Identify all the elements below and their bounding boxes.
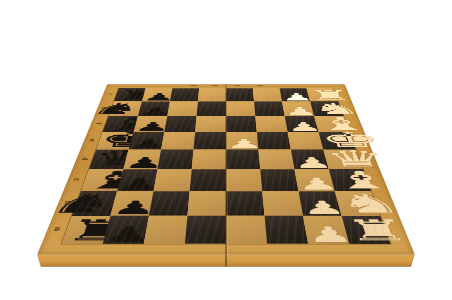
square-f3 bbox=[255, 116, 287, 132]
square-h4 bbox=[226, 88, 254, 101]
piece-white-rook-a1: ♜ bbox=[342, 216, 391, 245]
square-e1: ♚ bbox=[318, 132, 355, 150]
square-d4 bbox=[226, 150, 260, 170]
square-h6 bbox=[170, 88, 199, 101]
square-g7: ♟ bbox=[138, 101, 170, 116]
piece-black-pawn-c7: ♟ bbox=[117, 176, 156, 193]
piece-white-queen-d1: ♛ bbox=[323, 148, 364, 170]
square-e8: ♚ bbox=[96, 132, 133, 150]
square-g4 bbox=[226, 101, 255, 116]
file-label-f: f bbox=[93, 121, 105, 127]
square-b4 bbox=[226, 191, 265, 216]
front-fold-seam bbox=[225, 255, 227, 267]
file-label-c: c bbox=[69, 176, 83, 184]
hinge-mark bbox=[212, 85, 219, 86]
piece-black-knight-b8: ♞ bbox=[71, 191, 117, 217]
piece-black-pawn-e7: ♟ bbox=[128, 137, 163, 150]
square-f1: ♝ bbox=[314, 116, 349, 132]
square-c5 bbox=[190, 169, 226, 191]
square-e5 bbox=[194, 132, 226, 150]
square-b3 bbox=[262, 191, 303, 216]
square-c1: ♝ bbox=[329, 169, 371, 191]
square-c2: ♟ bbox=[295, 169, 335, 191]
square-a5 bbox=[185, 216, 226, 244]
piece-white-pawn-a2: ♟ bbox=[305, 224, 350, 245]
chess-board: ♜♟♟♜♞♟♟♞♝♟♟♝♚♟♟♚♛♟♟♛♝♟♟♝♞♟♟♞♜♟♟♜ hgfedcb… bbox=[37, 84, 415, 254]
square-e6 bbox=[161, 132, 195, 150]
square-d8: ♛ bbox=[89, 150, 129, 170]
piece-black-knight-g8: ♞ bbox=[108, 101, 142, 117]
square-a1: ♜ bbox=[342, 216, 391, 244]
file-label-a: a bbox=[49, 224, 65, 234]
square-d7: ♟ bbox=[123, 150, 161, 170]
square-g2: ♟ bbox=[282, 101, 314, 116]
square-h1: ♜ bbox=[306, 88, 338, 101]
file-label-h: h bbox=[105, 92, 115, 97]
square-b5 bbox=[187, 191, 226, 216]
square-b7: ♟ bbox=[110, 191, 153, 216]
square-c8: ♝ bbox=[81, 169, 123, 191]
square-f5 bbox=[195, 116, 226, 132]
square-h8: ♜ bbox=[114, 88, 146, 101]
piece-black-pawn-b7: ♟ bbox=[110, 198, 152, 217]
square-f2: ♟ bbox=[285, 116, 319, 132]
square-d3 bbox=[258, 150, 294, 170]
square-d2: ♟ bbox=[291, 150, 329, 170]
square-g1: ♞ bbox=[310, 101, 343, 116]
square-g3 bbox=[254, 101, 285, 116]
square-f6 bbox=[164, 116, 196, 132]
square-e7: ♟ bbox=[129, 132, 165, 150]
piece-black-bishop-c8: ♝ bbox=[81, 168, 124, 192]
piece-black-rook-a8: ♜ bbox=[61, 216, 110, 245]
piece-white-pawn-e4: ♟ bbox=[226, 137, 259, 150]
hinge-mark bbox=[234, 85, 241, 86]
piece-white-pawn-f2: ♟ bbox=[286, 121, 319, 133]
board-front-edge bbox=[37, 255, 415, 267]
square-a3 bbox=[265, 216, 309, 244]
piece-black-pawn-f7: ♟ bbox=[133, 121, 166, 133]
piece-white-pawn-d2: ♟ bbox=[292, 155, 329, 170]
file-label-g: g bbox=[99, 106, 110, 111]
file-label-b: b bbox=[60, 199, 75, 208]
square-h7: ♟ bbox=[142, 88, 172, 101]
piece-white-pawn-b2: ♟ bbox=[300, 198, 342, 217]
chessboard-photo: ♜♟♟♜♞♟♟♞♝♟♟♝♚♟♟♚♛♟♟♛♝♟♟♝♞♟♟♞♜♟♟♜ hgfedcb… bbox=[0, 0, 452, 300]
square-b1: ♞ bbox=[335, 191, 380, 216]
square-d6 bbox=[157, 150, 193, 170]
hinge-mark bbox=[190, 85, 197, 86]
square-c7: ♟ bbox=[117, 169, 157, 191]
piece-black-pawn-a7: ♟ bbox=[102, 224, 147, 245]
piece-white-knight-g1: ♞ bbox=[310, 101, 344, 117]
square-a7: ♟ bbox=[103, 216, 149, 244]
square-a2: ♟ bbox=[303, 216, 349, 244]
square-f7: ♟ bbox=[134, 116, 168, 132]
piece-white-knight-b1: ♞ bbox=[335, 191, 381, 217]
piece-white-bishop-f1: ♝ bbox=[314, 115, 350, 133]
square-a4 bbox=[226, 216, 267, 244]
square-e4: ♟ bbox=[226, 132, 258, 150]
square-f4 bbox=[226, 116, 257, 132]
square-b6 bbox=[149, 191, 190, 216]
square-c6 bbox=[153, 169, 191, 191]
piece-white-king-e1: ♚ bbox=[318, 129, 356, 150]
piece-white-rook-h1: ♜ bbox=[307, 88, 339, 102]
piece-white-pawn-c2: ♟ bbox=[296, 176, 335, 193]
square-e2 bbox=[288, 132, 324, 150]
square-c3 bbox=[260, 169, 298, 191]
piece-black-pawn-d7: ♟ bbox=[123, 155, 160, 170]
file-label-e: e bbox=[86, 137, 98, 143]
piece-black-rook-h8: ♜ bbox=[114, 88, 146, 102]
square-h5 bbox=[198, 88, 226, 101]
file-label-d: d bbox=[78, 155, 91, 162]
square-d1: ♛ bbox=[323, 150, 363, 170]
perspective-scene: ♜♟♟♜♞♟♟♞♝♟♟♝♚♟♟♚♛♟♟♛♝♟♟♝♞♟♟♞♜♟♟♜ hgfedcb… bbox=[0, 0, 452, 300]
square-a6 bbox=[144, 216, 188, 244]
square-g5 bbox=[197, 101, 226, 116]
square-h2: ♟ bbox=[280, 88, 310, 101]
square-h3 bbox=[253, 88, 282, 101]
hinge-mark bbox=[257, 85, 264, 86]
piece-white-bishop-c1: ♝ bbox=[328, 168, 371, 192]
square-c4 bbox=[226, 169, 262, 191]
square-e3 bbox=[257, 132, 291, 150]
square-d5 bbox=[192, 150, 226, 170]
square-g8: ♞ bbox=[109, 101, 142, 116]
square-g6 bbox=[167, 101, 198, 116]
square-f8: ♝ bbox=[103, 116, 138, 132]
